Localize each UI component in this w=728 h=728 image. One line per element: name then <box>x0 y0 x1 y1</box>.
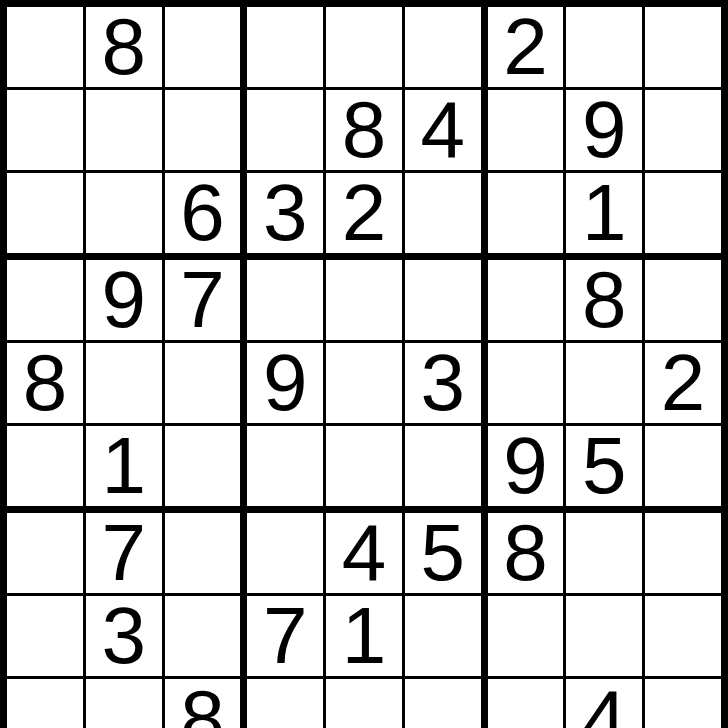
cell-r3c2[interactable] <box>86 173 162 253</box>
cell-r6c3[interactable] <box>165 426 241 506</box>
cell-r8c9[interactable] <box>645 596 721 676</box>
cell-r3c4: 3 <box>247 173 323 253</box>
cell-r8c6[interactable] <box>405 596 481 676</box>
cell-r8c2: 3 <box>86 596 162 676</box>
box-1: 86 <box>7 7 240 253</box>
box-8: 4571 <box>247 513 480 728</box>
cell-r2c7[interactable] <box>488 90 564 170</box>
cell-r7c6: 5 <box>405 513 481 593</box>
cell-r3c8: 1 <box>566 173 642 253</box>
cell-r1c5[interactable] <box>326 7 402 87</box>
cell-r8c4: 7 <box>247 596 323 676</box>
cell-r8c7[interactable] <box>488 596 564 676</box>
cell-r5c4: 9 <box>247 343 323 423</box>
cell-r9c3: 8 <box>165 679 241 728</box>
sudoku-board: 8684322919781938295738457184 <box>0 0 728 728</box>
cell-r5c5[interactable] <box>326 343 402 423</box>
cell-r6c1[interactable] <box>7 426 83 506</box>
cell-r7c3[interactable] <box>165 513 241 593</box>
cell-r7c2: 7 <box>86 513 162 593</box>
cell-r5c9: 2 <box>645 343 721 423</box>
cell-r4c5[interactable] <box>326 260 402 340</box>
cell-r6c7: 9 <box>488 426 564 506</box>
cell-r6c6[interactable] <box>405 426 481 506</box>
cell-r4c1[interactable] <box>7 260 83 340</box>
cell-r4c2: 9 <box>86 260 162 340</box>
cell-r4c8: 8 <box>566 260 642 340</box>
cell-r7c5: 4 <box>326 513 402 593</box>
cell-r7c4[interactable] <box>247 513 323 593</box>
box-2: 8432 <box>247 7 480 253</box>
cell-r6c8: 5 <box>566 426 642 506</box>
cell-r5c6: 3 <box>405 343 481 423</box>
cell-r7c1[interactable] <box>7 513 83 593</box>
cell-r4c9[interactable] <box>645 260 721 340</box>
cell-r5c8[interactable] <box>566 343 642 423</box>
cell-r1c4[interactable] <box>247 7 323 87</box>
cell-r4c7[interactable] <box>488 260 564 340</box>
cell-r1c8[interactable] <box>566 7 642 87</box>
cell-r9c1[interactable] <box>7 679 83 728</box>
box-9: 84 <box>488 513 721 728</box>
cell-r2c9[interactable] <box>645 90 721 170</box>
cell-r8c5: 1 <box>326 596 402 676</box>
cell-r2c6: 4 <box>405 90 481 170</box>
cell-r2c8: 9 <box>566 90 642 170</box>
cell-r9c5[interactable] <box>326 679 402 728</box>
cell-r6c4[interactable] <box>247 426 323 506</box>
cell-r9c4[interactable] <box>247 679 323 728</box>
box-3: 291 <box>488 7 721 253</box>
cell-r1c7: 2 <box>488 7 564 87</box>
cell-r9c2[interactable] <box>86 679 162 728</box>
cell-r5c3[interactable] <box>165 343 241 423</box>
cell-r3c9[interactable] <box>645 173 721 253</box>
cell-r8c1[interactable] <box>7 596 83 676</box>
cell-r7c7: 8 <box>488 513 564 593</box>
box-5: 93 <box>247 260 480 506</box>
cell-r8c8[interactable] <box>566 596 642 676</box>
cell-r2c4[interactable] <box>247 90 323 170</box>
cell-r2c2[interactable] <box>86 90 162 170</box>
cell-r2c5: 8 <box>326 90 402 170</box>
box-4: 9781 <box>7 260 240 506</box>
cell-r6c9[interactable] <box>645 426 721 506</box>
cell-r2c3[interactable] <box>165 90 241 170</box>
cell-r1c3[interactable] <box>165 7 241 87</box>
cell-r4c6[interactable] <box>405 260 481 340</box>
cell-r3c3: 6 <box>165 173 241 253</box>
cell-r6c5[interactable] <box>326 426 402 506</box>
cell-r5c1: 8 <box>7 343 83 423</box>
cell-r7c9[interactable] <box>645 513 721 593</box>
cell-r4c3: 7 <box>165 260 241 340</box>
cell-r9c6[interactable] <box>405 679 481 728</box>
cell-r9c9[interactable] <box>645 679 721 728</box>
cell-r8c3[interactable] <box>165 596 241 676</box>
cell-r5c7[interactable] <box>488 343 564 423</box>
cell-r1c1[interactable] <box>7 7 83 87</box>
cell-r3c5: 2 <box>326 173 402 253</box>
cell-r3c7[interactable] <box>488 173 564 253</box>
box-7: 738 <box>7 513 240 728</box>
cell-r9c8: 4 <box>566 679 642 728</box>
cell-r4c4[interactable] <box>247 260 323 340</box>
cell-r5c2[interactable] <box>86 343 162 423</box>
cell-r1c6[interactable] <box>405 7 481 87</box>
cell-r9c7[interactable] <box>488 679 564 728</box>
cell-r1c2: 8 <box>86 7 162 87</box>
cell-r7c8[interactable] <box>566 513 642 593</box>
cell-r2c1[interactable] <box>7 90 83 170</box>
box-6: 8295 <box>488 260 721 506</box>
cell-r3c6[interactable] <box>405 173 481 253</box>
cell-r6c2: 1 <box>86 426 162 506</box>
cell-r3c1[interactable] <box>7 173 83 253</box>
cell-r1c9[interactable] <box>645 7 721 87</box>
